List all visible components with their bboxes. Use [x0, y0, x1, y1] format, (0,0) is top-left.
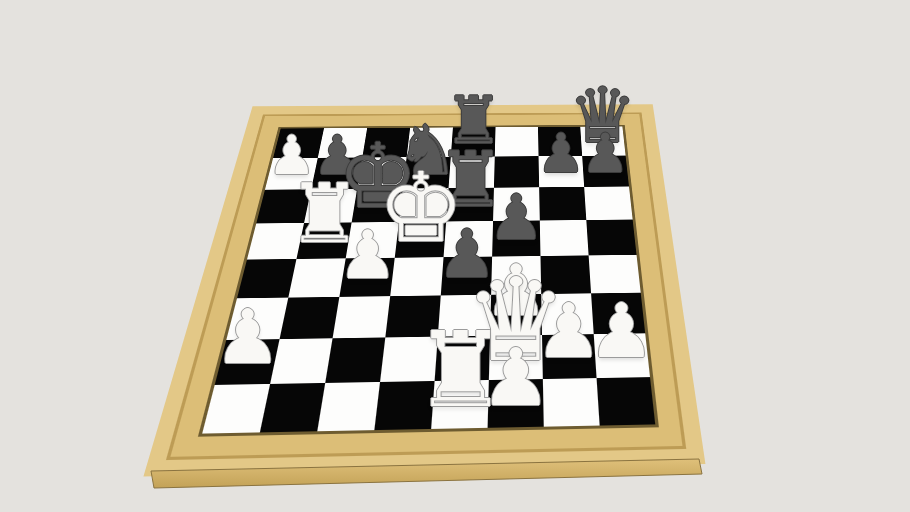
white-pawn-a2[interactable]: ♟: [210, 300, 285, 375]
scene-background: ♛♜♟♟♞♟♟♚♜♜♚♟♟♟♟♟♛♟♟♜♟: [0, 0, 910, 512]
white-rook-e1[interactable]: ♜: [408, 318, 512, 422]
black-pawn-h7[interactable]: ♟: [578, 127, 632, 181]
white-pawn-c4[interactable]: ♟: [334, 222, 401, 289]
